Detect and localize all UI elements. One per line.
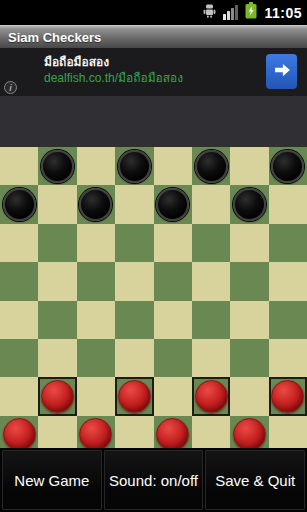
black-piece[interactable] [3, 188, 36, 221]
black-piece[interactable] [41, 150, 74, 183]
square-b2[interactable] [38, 377, 76, 415]
black-piece[interactable] [271, 150, 304, 183]
square-f7[interactable] [192, 185, 230, 223]
square-c8[interactable] [77, 147, 115, 185]
ad-link[interactable]: dealfish.co.th/มือถือมือสอง [44, 70, 183, 86]
square-g8[interactable] [230, 147, 268, 185]
ad-text[interactable]: มือถือมือสอง dealfish.co.th/มือถือมือสอง [44, 55, 183, 86]
black-piece[interactable] [156, 188, 189, 221]
red-piece[interactable] [41, 380, 74, 413]
black-piece[interactable] [233, 188, 266, 221]
red-piece[interactable] [79, 418, 112, 451]
square-d2[interactable] [115, 377, 153, 415]
square-g4[interactable] [230, 301, 268, 339]
square-e5[interactable] [154, 262, 192, 300]
square-a5[interactable] [0, 262, 38, 300]
app-screen: 11:05 Siam Checkers มือถือมือสอง dealfis… [0, 0, 307, 512]
square-d6[interactable] [115, 224, 153, 262]
black-piece[interactable] [118, 150, 151, 183]
square-e8[interactable] [154, 147, 192, 185]
square-f2[interactable] [192, 377, 230, 415]
square-e3[interactable] [154, 339, 192, 377]
square-f5[interactable] [192, 262, 230, 300]
square-b7[interactable] [38, 185, 76, 223]
red-piece[interactable] [233, 418, 266, 451]
square-h2[interactable] [269, 377, 307, 415]
app-title: Siam Checkers [0, 30, 101, 45]
square-c2[interactable] [77, 377, 115, 415]
square-h6[interactable] [269, 224, 307, 262]
red-piece[interactable] [195, 380, 228, 413]
save-quit-button[interactable]: Save & Quit [205, 450, 305, 510]
square-h7[interactable] [269, 185, 307, 223]
square-g5[interactable] [230, 262, 268, 300]
square-g3[interactable] [230, 339, 268, 377]
square-d5[interactable] [115, 262, 153, 300]
square-h8[interactable] [269, 147, 307, 185]
square-c6[interactable] [77, 224, 115, 262]
square-g6[interactable] [230, 224, 268, 262]
options-toolbar: New Game Sound: on/off Save & Quit [0, 448, 307, 512]
ad-cta-button[interactable] [266, 54, 297, 89]
title-bar: Siam Checkers [0, 25, 307, 48]
red-piece[interactable] [118, 380, 151, 413]
square-e6[interactable] [154, 224, 192, 262]
square-f3[interactable] [192, 339, 230, 377]
square-d4[interactable] [115, 301, 153, 339]
square-b3[interactable] [38, 339, 76, 377]
square-a8[interactable] [0, 147, 38, 185]
black-piece[interactable] [195, 150, 228, 183]
red-piece[interactable] [3, 418, 36, 451]
square-f4[interactable] [192, 301, 230, 339]
square-a3[interactable] [0, 339, 38, 377]
square-a2[interactable] [0, 377, 38, 415]
square-e7[interactable] [154, 185, 192, 223]
square-h3[interactable] [269, 339, 307, 377]
square-c3[interactable] [77, 339, 115, 377]
sound-toggle-button[interactable]: Sound: on/off [104, 450, 204, 510]
status-clock: 11:05 [264, 5, 302, 21]
red-piece[interactable] [156, 418, 189, 451]
square-d8[interactable] [115, 147, 153, 185]
ad-headline[interactable]: มือถือมือสอง [44, 55, 183, 70]
square-c4[interactable] [77, 301, 115, 339]
square-g7[interactable] [230, 185, 268, 223]
square-a4[interactable] [0, 301, 38, 339]
square-a7[interactable] [0, 185, 38, 223]
checkers-board [0, 147, 307, 454]
black-piece[interactable] [79, 188, 112, 221]
square-d3[interactable] [115, 339, 153, 377]
ad-info-icon[interactable]: i [4, 81, 17, 94]
square-b8[interactable] [38, 147, 76, 185]
square-b4[interactable] [38, 301, 76, 339]
battery-charging-icon [245, 2, 257, 23]
square-b6[interactable] [38, 224, 76, 262]
square-g2[interactable] [230, 377, 268, 415]
usb-debugging-icon [203, 4, 216, 22]
square-c5[interactable] [77, 262, 115, 300]
square-e4[interactable] [154, 301, 192, 339]
red-piece[interactable] [271, 380, 304, 413]
square-b5[interactable] [38, 262, 76, 300]
square-h5[interactable] [269, 262, 307, 300]
square-e2[interactable] [154, 377, 192, 415]
square-a6[interactable] [0, 224, 38, 262]
signal-strength-icon [223, 5, 238, 20]
square-h4[interactable] [269, 301, 307, 339]
new-game-button[interactable]: New Game [2, 450, 102, 510]
square-c7[interactable] [77, 185, 115, 223]
arrow-right-icon [273, 63, 291, 80]
square-d7[interactable] [115, 185, 153, 223]
status-bar: 11:05 [0, 0, 307, 25]
square-f8[interactable] [192, 147, 230, 185]
ad-banner[interactable]: มือถือมือสอง dealfish.co.th/มือถือมือสอง… [0, 48, 307, 96]
square-f6[interactable] [192, 224, 230, 262]
